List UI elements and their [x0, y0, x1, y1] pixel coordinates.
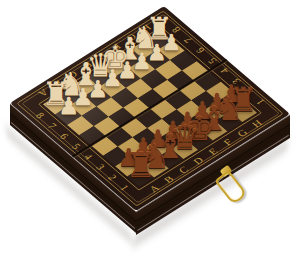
- rank-label-right-6: 6: [193, 46, 206, 55]
- rank-label-left-7: 7: [46, 121, 59, 130]
- file-label-far-h: H: [139, 23, 153, 34]
- file-label-near-d: D: [191, 155, 205, 166]
- file-label-near-a: A: [147, 183, 161, 194]
- file-label-far-d: D: [80, 60, 94, 71]
- file-label-near-f: F: [221, 137, 234, 147]
- rank-label-left-5: 5: [70, 142, 83, 151]
- file-label-near-e: E: [206, 147, 219, 157]
- file-label-far-b: B: [51, 79, 65, 89]
- rank-label-right-2: 2: [242, 87, 255, 96]
- rank-label-right-3: 3: [230, 77, 243, 86]
- rank-label-left-1: 1: [118, 183, 131, 192]
- rank-label-left-3: 3: [94, 162, 107, 171]
- file-label-far-a: A: [36, 88, 50, 99]
- file-label-near-g: G: [235, 128, 249, 139]
- rank-label-right-8: 8: [169, 25, 182, 34]
- rank-label-right-4: 4: [217, 66, 230, 75]
- rank-label-right-1: 1: [254, 97, 267, 106]
- file-label-near-b: B: [162, 174, 176, 184]
- file-label-near-c: C: [177, 165, 191, 175]
- file-label-far-f: F: [110, 42, 123, 52]
- rank-label-left-4: 4: [82, 152, 95, 161]
- rank-label-right-5: 5: [205, 56, 218, 65]
- file-label-far-c: C: [66, 70, 80, 80]
- file-label-far-g: G: [124, 32, 138, 43]
- rank-label-left-2: 2: [106, 173, 119, 182]
- chess-board: AA88BB77CC66DD55EE44FF33GG22HH11: [10, 6, 290, 211]
- file-label-far-e: E: [95, 51, 108, 61]
- rank-label-right-7: 7: [181, 35, 194, 44]
- rank-label-left-8: 8: [34, 111, 47, 120]
- rank-label-left-6: 6: [58, 131, 71, 140]
- file-label-near-h: H: [250, 118, 264, 129]
- product-photo: AA88BB77CC66DD55EE44FF33GG22HH11 ♜♞♝♛♚♝♞…: [0, 0, 300, 266]
